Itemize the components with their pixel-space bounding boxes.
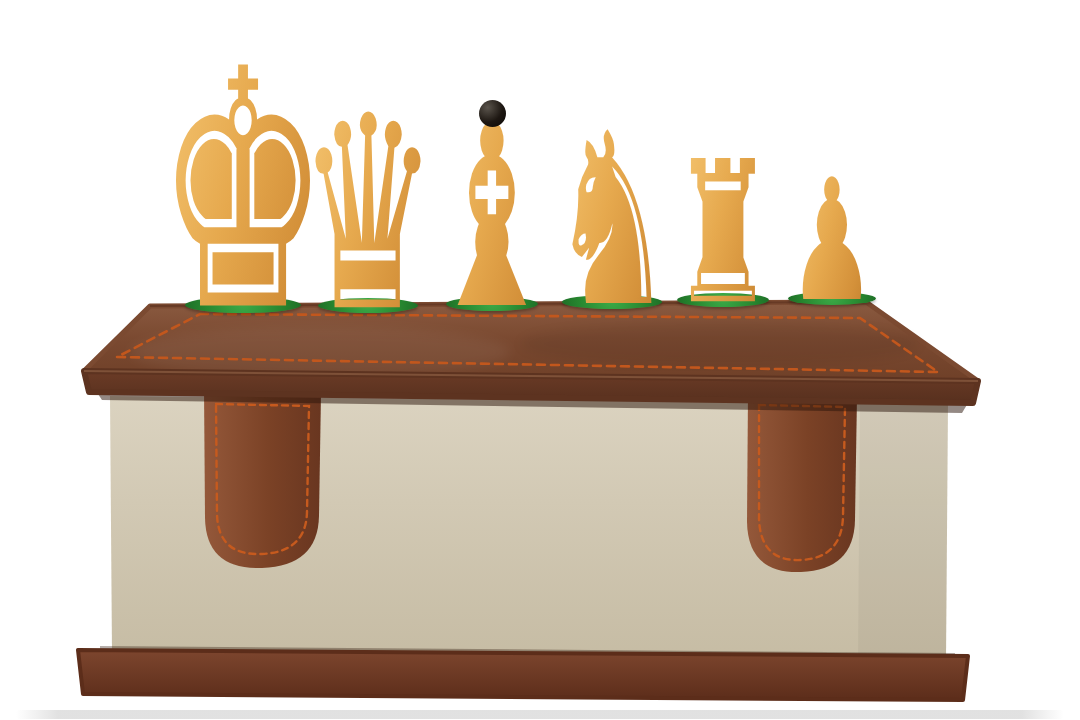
chess-piece-bishop: ♝ bbox=[426, 92, 557, 344]
chess-piece-pawn: ♟ bbox=[788, 157, 875, 325]
bishop-finial-ball bbox=[479, 100, 506, 127]
box-base bbox=[78, 650, 968, 700]
chess-piece-knight: ♞ bbox=[550, 102, 674, 340]
box-body-right-shading bbox=[858, 400, 948, 660]
strap-left bbox=[204, 390, 321, 568]
chess-piece-rook: ♜ bbox=[672, 135, 774, 331]
strap-right bbox=[747, 393, 857, 572]
chess-piece-queen: ♛ bbox=[298, 80, 437, 348]
product-photo-stage: ♚ ♛ ♝ ♞ ♜ ♟ bbox=[0, 0, 1080, 720]
floor-shadow bbox=[16, 710, 1064, 719]
